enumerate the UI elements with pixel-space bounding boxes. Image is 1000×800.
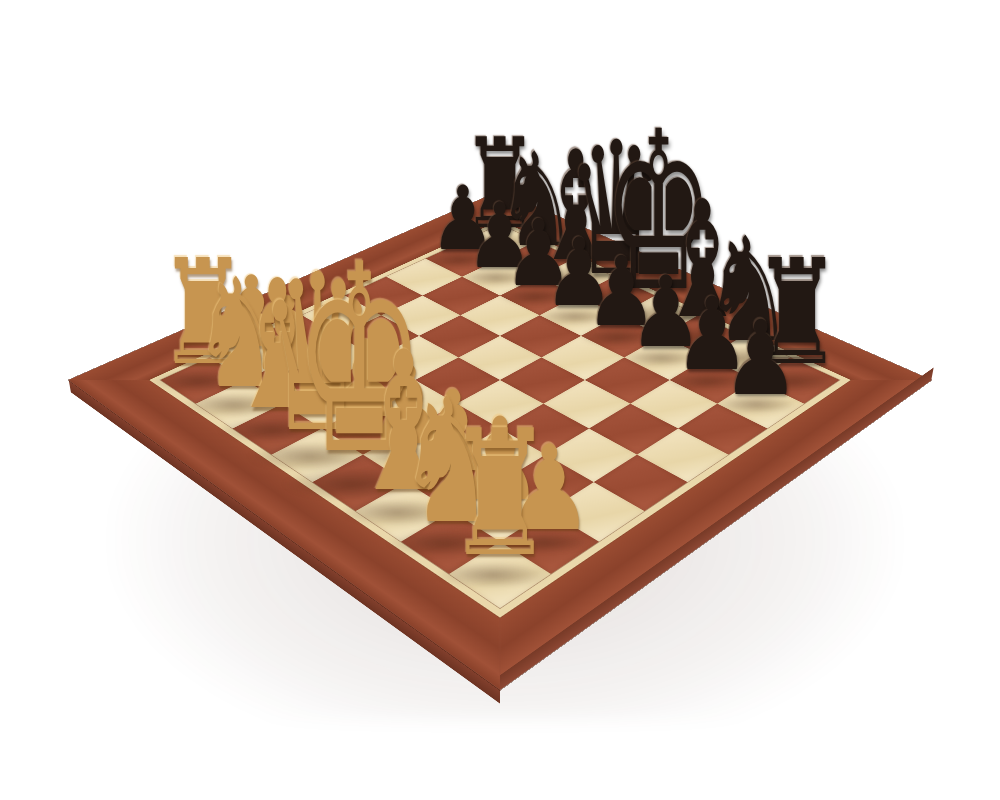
square-f3	[454, 429, 545, 483]
square-h3	[548, 482, 644, 542]
square-g3	[500, 455, 594, 511]
square-f2	[406, 455, 500, 511]
square-g2	[452, 482, 548, 542]
square-d2	[322, 404, 411, 455]
square-g1	[401, 511, 500, 574]
square-d3	[370, 380, 457, 429]
square-f5	[543, 380, 630, 429]
chess-set-photo: ♜♞♝♛♚♝♞♜♟♟♟♟♟♟♟♟♟♟♟♟♟♟♟♟♜♞♝♛♚♝♞♜	[0, 0, 1000, 800]
square-e4	[457, 380, 544, 429]
square-g5	[589, 404, 678, 455]
square-g6	[630, 380, 717, 429]
square-h1	[449, 542, 551, 609]
square-e2	[363, 429, 454, 483]
square-f4	[500, 404, 589, 455]
square-b1	[196, 380, 283, 429]
square-c2	[283, 380, 370, 429]
